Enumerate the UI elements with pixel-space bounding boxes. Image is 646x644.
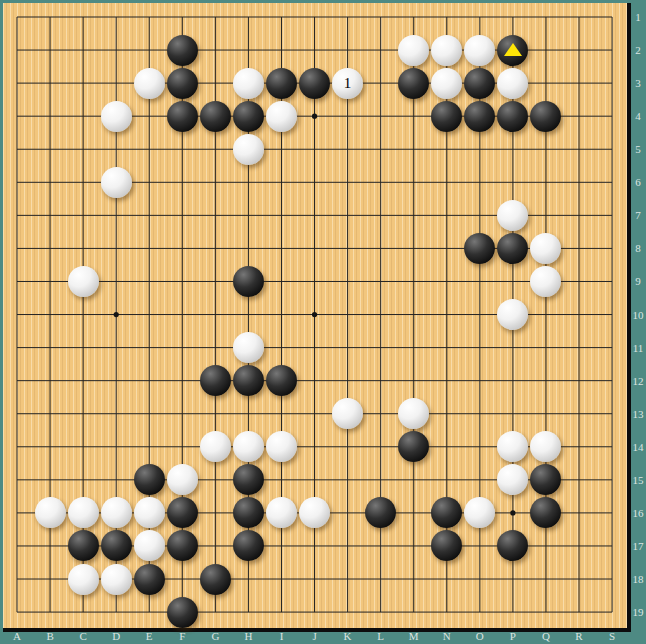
col-label: J <box>312 630 316 642</box>
col-label: A <box>13 630 21 642</box>
stone-white[interactable] <box>101 497 132 528</box>
stone-white[interactable] <box>134 68 165 99</box>
stone-black[interactable] <box>464 68 495 99</box>
stone-black[interactable] <box>464 101 495 132</box>
col-label: C <box>79 630 86 642</box>
row-label: 13 <box>633 408 644 420</box>
move-number-label: 1 <box>332 68 363 99</box>
stone-black[interactable] <box>200 564 231 595</box>
row-label: 8 <box>635 242 641 254</box>
stone-black[interactable] <box>101 530 132 561</box>
stone-white[interactable] <box>167 464 198 495</box>
stone-white[interactable] <box>101 101 132 132</box>
stone-black[interactable] <box>167 68 198 99</box>
stone-white[interactable] <box>233 134 264 165</box>
stone-white[interactable] <box>101 564 132 595</box>
stone-black[interactable] <box>167 101 198 132</box>
stone-white[interactable] <box>431 35 462 66</box>
row-label: 6 <box>635 176 641 188</box>
stone-black[interactable] <box>68 530 99 561</box>
stone-white[interactable] <box>68 266 99 297</box>
row-label: 12 <box>633 375 644 387</box>
star-point <box>510 510 515 515</box>
col-label: Q <box>542 630 550 642</box>
stone-white[interactable] <box>68 564 99 595</box>
col-label: B <box>46 630 53 642</box>
stone-black[interactable] <box>233 365 264 396</box>
stone-white[interactable] <box>101 167 132 198</box>
row-label: 11 <box>633 342 644 354</box>
col-label: E <box>146 630 153 642</box>
row-label: 14 <box>633 441 644 453</box>
col-label: S <box>609 630 615 642</box>
stone-white[interactable] <box>398 35 429 66</box>
row-label: 3 <box>635 77 641 89</box>
col-label: R <box>575 630 582 642</box>
stone-white[interactable] <box>431 68 462 99</box>
stone-white[interactable] <box>497 68 528 99</box>
col-label: P <box>510 630 516 642</box>
col-label: O <box>476 630 484 642</box>
col-label: N <box>443 630 451 642</box>
stone-black[interactable] <box>398 68 429 99</box>
row-label: 4 <box>635 110 641 122</box>
stone-white[interactable] <box>35 497 66 528</box>
stone-white[interactable] <box>464 35 495 66</box>
stone-black[interactable] <box>167 597 198 628</box>
star-point <box>312 312 317 317</box>
stone-black[interactable] <box>134 564 165 595</box>
row-label: 1 <box>635 11 641 23</box>
col-label: G <box>211 630 219 642</box>
col-label: D <box>112 630 120 642</box>
stone-black[interactable] <box>167 497 198 528</box>
stone-black[interactable] <box>431 101 462 132</box>
row-label: 10 <box>633 309 644 321</box>
col-label: L <box>377 630 384 642</box>
go-board[interactable]: 1 <box>3 3 631 632</box>
stone-black[interactable] <box>200 365 231 396</box>
stone-white[interactable] <box>68 497 99 528</box>
stone-black[interactable] <box>233 266 264 297</box>
stone-black[interactable] <box>134 464 165 495</box>
stone-black[interactable] <box>167 35 198 66</box>
stone-black[interactable] <box>200 101 231 132</box>
stone-white[interactable] <box>233 431 264 462</box>
row-label: 19 <box>633 606 644 618</box>
col-label: F <box>179 630 185 642</box>
stone-black[interactable] <box>233 101 264 132</box>
stone-white[interactable] <box>200 431 231 462</box>
row-label: 2 <box>635 44 641 56</box>
stone-black[interactable] <box>299 68 330 99</box>
stone-black[interactable] <box>266 365 297 396</box>
stone-white[interactable] <box>233 332 264 363</box>
star-point <box>312 114 317 119</box>
row-label: 7 <box>635 209 641 221</box>
col-label: K <box>344 630 352 642</box>
stone-black[interactable] <box>497 101 528 132</box>
stone-white[interactable] <box>266 101 297 132</box>
row-label: 9 <box>635 275 641 287</box>
stone-white[interactable] <box>233 68 264 99</box>
col-label: H <box>244 630 252 642</box>
star-point <box>114 312 119 317</box>
row-label: 15 <box>633 474 644 486</box>
row-label: 16 <box>633 507 644 519</box>
row-label: 5 <box>635 143 641 155</box>
col-label: M <box>409 630 419 642</box>
triangle-marker <box>504 43 522 56</box>
stone-black[interactable] <box>266 68 297 99</box>
stone-white[interactable] <box>134 497 165 528</box>
row-label: 17 <box>633 540 644 552</box>
stone-white[interactable] <box>134 530 165 561</box>
col-label: I <box>280 630 284 642</box>
row-label: 18 <box>633 573 644 585</box>
stone-black[interactable] <box>530 101 561 132</box>
